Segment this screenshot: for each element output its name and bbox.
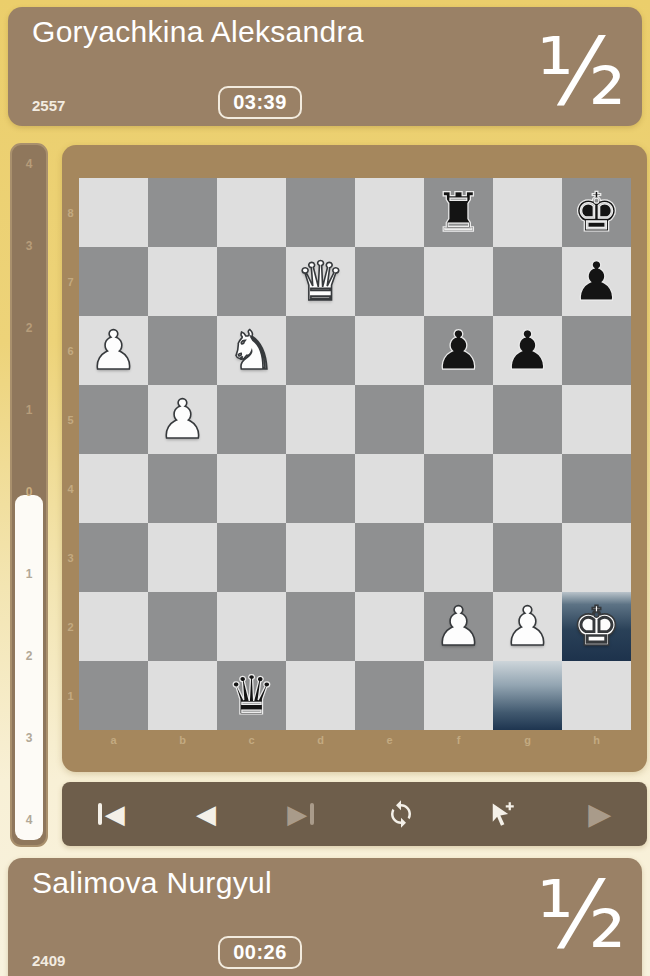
top-player-clock: 03:39 — [218, 86, 302, 119]
square-g4[interactable] — [493, 454, 562, 523]
square-f3[interactable] — [424, 523, 493, 592]
square-e6[interactable] — [355, 316, 424, 385]
top-player-name: Goryachkina Aleksandra — [32, 15, 364, 49]
white-knight-c6: ♞ — [217, 316, 286, 385]
square-d7[interactable]: ♛ — [286, 247, 355, 316]
square-c5[interactable] — [217, 385, 286, 454]
rank-labels: 8 7 6 5 4 3 2 1 — [62, 178, 79, 730]
skip-to-start-button[interactable]: ◀ — [92, 795, 131, 833]
square-h4[interactable] — [562, 454, 631, 523]
eval-tick: 4 — [12, 814, 46, 826]
square-g7[interactable] — [493, 247, 562, 316]
square-b6[interactable] — [148, 316, 217, 385]
top-player-rating: 2557 — [32, 97, 65, 114]
file-labels: a b c d e f g h — [79, 734, 631, 746]
square-g1[interactable] — [493, 661, 562, 730]
eval-tick: 4 — [12, 158, 46, 170]
square-c8[interactable] — [217, 178, 286, 247]
rank-label: 8 — [62, 178, 79, 247]
file-label: h — [562, 734, 631, 746]
skip-to-end-button[interactable]: ▶ — [281, 795, 320, 833]
square-f1[interactable] — [424, 661, 493, 730]
square-e7[interactable] — [355, 247, 424, 316]
play-icon: ▶ — [588, 799, 611, 829]
rank-label: 3 — [62, 523, 79, 592]
square-a5[interactable] — [79, 385, 148, 454]
square-h8[interactable]: ♚ — [562, 178, 631, 247]
square-g5[interactable] — [493, 385, 562, 454]
square-a2[interactable] — [79, 592, 148, 661]
file-label: a — [79, 734, 148, 746]
square-d6[interactable] — [286, 316, 355, 385]
square-b2[interactable] — [148, 592, 217, 661]
square-f8[interactable]: ♜ — [424, 178, 493, 247]
square-d8[interactable] — [286, 178, 355, 247]
square-g2[interactable]: ♟ — [493, 592, 562, 661]
rank-label: 5 — [62, 385, 79, 454]
select-move-button[interactable] — [481, 793, 523, 835]
square-e3[interactable] — [355, 523, 424, 592]
white-pawn-g2: ♟ — [493, 592, 562, 661]
white-king-h2: ♚ — [562, 592, 631, 661]
previous-move-icon: ◀ — [196, 801, 216, 827]
rank-label: 7 — [62, 247, 79, 316]
square-h6[interactable] — [562, 316, 631, 385]
square-a4[interactable] — [79, 454, 148, 523]
bottom-player-clock: 00:26 — [218, 936, 302, 969]
cursor-plus-icon — [487, 799, 517, 829]
eval-tick: 3 — [12, 732, 46, 744]
eval-tick: 2 — [12, 650, 46, 662]
square-f5[interactable] — [424, 385, 493, 454]
skip-to-start-icon — [98, 803, 102, 825]
square-e8[interactable] — [355, 178, 424, 247]
bottom-player-score: ½ — [537, 880, 626, 952]
bottom-player-name: Salimova Nurgyul — [32, 866, 272, 900]
black-pawn-f6: ♟ — [424, 316, 493, 385]
square-h3[interactable] — [562, 523, 631, 592]
rank-label: 2 — [62, 592, 79, 661]
square-g6[interactable]: ♟ — [493, 316, 562, 385]
eval-bar-scale: 4 3 2 1 0 1 2 3 4 — [12, 145, 46, 845]
square-d1[interactable] — [286, 661, 355, 730]
white-pawn-a6: ♟ — [79, 316, 148, 385]
square-e1[interactable] — [355, 661, 424, 730]
square-f4[interactable] — [424, 454, 493, 523]
square-b5[interactable]: ♟ — [148, 385, 217, 454]
eval-bar: 4 3 2 1 0 1 2 3 4 — [10, 143, 48, 847]
square-d4[interactable] — [286, 454, 355, 523]
square-a7[interactable] — [79, 247, 148, 316]
square-b3[interactable] — [148, 523, 217, 592]
square-f6[interactable]: ♟ — [424, 316, 493, 385]
square-b8[interactable] — [148, 178, 217, 247]
square-h1[interactable] — [562, 661, 631, 730]
square-c3[interactable] — [217, 523, 286, 592]
play-button[interactable]: ▶ — [582, 793, 617, 835]
square-f7[interactable] — [424, 247, 493, 316]
square-b1[interactable] — [148, 661, 217, 730]
skip-to-start-icon: ◀ — [105, 801, 125, 827]
skip-to-end-icon — [310, 803, 314, 825]
white-queen-d7: ♛ — [286, 247, 355, 316]
move-controls: ◀ ◀ ▶ ▶ — [62, 782, 647, 846]
file-label: e — [355, 734, 424, 746]
square-b4[interactable] — [148, 454, 217, 523]
bottom-player-card: Salimova Nurgyul 2409 00:26 ½ — [8, 858, 642, 976]
black-pawn-h7: ♟ — [562, 247, 631, 316]
sync-icon — [386, 799, 416, 829]
top-player-score: ½ — [537, 37, 626, 109]
square-e2[interactable] — [355, 592, 424, 661]
square-e5[interactable] — [355, 385, 424, 454]
square-g3[interactable] — [493, 523, 562, 592]
file-label: d — [286, 734, 355, 746]
black-queen-c1: ♛ — [217, 661, 286, 730]
rank-label: 4 — [62, 454, 79, 523]
square-c2[interactable] — [217, 592, 286, 661]
square-h7[interactable]: ♟ — [562, 247, 631, 316]
black-rook-f8: ♜ — [424, 178, 493, 247]
rank-label: 1 — [62, 661, 79, 730]
square-h2[interactable]: ♚ — [562, 592, 631, 661]
file-label: c — [217, 734, 286, 746]
eval-tick: 2 — [12, 322, 46, 334]
board-frame: 8 7 6 5 4 3 2 1 ♜♚♛♟♟♞♟♟♟♟♟♚♛ a b c d e … — [62, 145, 647, 772]
square-b7[interactable] — [148, 247, 217, 316]
chess-board[interactable]: ♜♚♛♟♟♞♟♟♟♟♟♚♛ — [79, 178, 631, 730]
white-pawn-f2: ♟ — [424, 592, 493, 661]
square-a3[interactable] — [79, 523, 148, 592]
bottom-player-rating: 2409 — [32, 952, 65, 969]
skip-to-end-icon: ▶ — [287, 801, 307, 827]
square-f2[interactable]: ♟ — [424, 592, 493, 661]
eval-tick: 1 — [12, 404, 46, 416]
square-g8[interactable] — [493, 178, 562, 247]
top-player-card: Goryachkina Aleksandra 2557 03:39 ½ — [8, 7, 642, 126]
previous-move-button[interactable]: ◀ — [190, 795, 222, 833]
rank-label: 6 — [62, 316, 79, 385]
square-a1[interactable] — [79, 661, 148, 730]
eval-tick: 3 — [12, 240, 46, 252]
square-c4[interactable] — [217, 454, 286, 523]
sync-button[interactable] — [380, 793, 422, 835]
square-a6[interactable]: ♟ — [79, 316, 148, 385]
square-d5[interactable] — [286, 385, 355, 454]
file-label: g — [493, 734, 562, 746]
square-a8[interactable] — [79, 178, 148, 247]
square-e4[interactable] — [355, 454, 424, 523]
file-label: f — [424, 734, 493, 746]
square-c1[interactable]: ♛ — [217, 661, 286, 730]
black-pawn-g6: ♟ — [493, 316, 562, 385]
eval-tick: 1 — [12, 568, 46, 580]
square-h5[interactable] — [562, 385, 631, 454]
square-d2[interactable] — [286, 592, 355, 661]
square-d3[interactable] — [286, 523, 355, 592]
file-label: b — [148, 734, 217, 746]
black-king-h8: ♚ — [562, 178, 631, 247]
square-c7[interactable] — [217, 247, 286, 316]
square-c6[interactable]: ♞ — [217, 316, 286, 385]
eval-tick: 0 — [12, 486, 46, 498]
white-pawn-b5: ♟ — [148, 385, 217, 454]
